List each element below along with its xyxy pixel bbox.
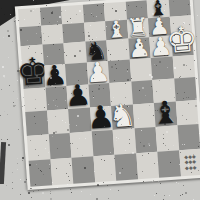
square-b4[interactable] [45,86,68,110]
noise-speckle [15,105,16,106]
square-h8[interactable] [168,0,191,16]
noise-speckle [8,57,9,58]
square-d1[interactable] [93,155,116,183]
square-g3[interactable]: ♝ [154,101,177,127]
square-h3[interactable] [175,100,198,126]
noise-speckle [4,111,5,112]
square-c1[interactable] [71,156,94,184]
chess-board: ♝♝♜♟♞♟♟♚♚♟♟♟♟♞♝◆◆◆ ◆◆◆ ◆◆◆ [15,0,200,190]
noise-speckle [12,172,13,173]
noise-speckle [7,30,9,32]
noise-speckle [1,139,2,140]
noise-speckle [12,188,13,189]
noise-speckle [20,194,21,195]
square-f6[interactable]: ♟ [128,37,151,59]
noise-speckle [178,183,179,184]
square-c5[interactable] [65,62,88,85]
square-g2[interactable] [156,125,179,152]
square-g6[interactable]: ♟ [149,35,172,57]
square-c7[interactable] [62,22,85,42]
noise-speckle [158,181,159,182]
square-h7[interactable] [169,15,192,35]
square-e6[interactable] [106,38,129,60]
noise-speckle [7,139,8,140]
noise-speckle [163,199,164,200]
noise-speckle [18,129,19,130]
noise-speckle [71,192,72,193]
square-b3[interactable] [47,109,70,135]
noise-speckle [81,191,82,192]
noise-speckle [33,191,34,192]
noise-speckle [169,195,170,196]
noise-speckle [12,182,13,183]
square-h1[interactable]: ◆◆◆ ◆◆◆ ◆◆◆ [179,149,200,177]
noise-speckle [2,66,4,68]
square-a6[interactable] [21,44,44,66]
noise-speckle [7,114,8,115]
board-corner-logo: ◆◆◆ ◆◆◆ ◆◆◆ [184,154,197,171]
noise-speckle [110,189,111,190]
square-e8[interactable] [104,2,127,21]
noise-speckle [17,98,18,99]
noise-speckle [28,192,30,194]
square-a4[interactable] [24,87,47,111]
square-d6[interactable]: ♞ [85,40,108,62]
noise-speckle [50,193,51,194]
noise-speckle [4,77,5,78]
square-e4[interactable] [109,81,132,105]
noise-speckle [8,35,10,37]
noise-speckle [90,194,91,195]
square-d2[interactable] [91,130,114,157]
noise-speckle [180,195,181,196]
square-f8[interactable] [125,0,148,19]
noise-speckle [108,198,109,199]
square-f2[interactable] [134,127,157,154]
noise-speckle [196,36,197,37]
square-a1[interactable] [29,159,52,187]
square-d3[interactable]: ♟ [90,106,113,132]
square-b2[interactable] [48,133,71,160]
square-c2[interactable] [70,131,93,158]
noise-speckle [154,195,155,196]
noise-speckle [3,75,5,77]
noise-speckle [9,85,10,86]
square-a2[interactable] [27,134,50,161]
noise-speckle [13,91,14,92]
noise-speckle [20,179,21,180]
square-f5[interactable] [129,58,152,81]
square-a5[interactable]: ♚ [22,65,45,88]
noise-speckle [118,190,119,191]
noise-speckle [107,185,108,186]
noise-speckle [42,192,44,194]
noise-speckle [176,182,177,183]
square-h4[interactable] [174,77,197,101]
square-g1[interactable] [157,150,180,178]
square-a3[interactable] [25,110,48,136]
square-h5[interactable] [172,55,195,78]
square-h6[interactable]: ♚ [171,34,194,56]
square-a7[interactable] [19,25,42,45]
square-e3[interactable]: ♞ [111,104,134,130]
noise-speckle [0,115,1,116]
noise-speckle [183,185,184,186]
square-a8[interactable] [18,8,41,27]
square-b6[interactable] [42,43,65,65]
noise-speckle [193,199,194,200]
noise-speckle [182,194,183,195]
noise-speckle [24,181,26,183]
square-c8[interactable] [61,5,84,24]
noise-speckle [164,195,165,196]
square-f7[interactable]: ♜ [126,18,149,38]
square-e1[interactable] [114,153,137,181]
square-f4[interactable] [131,80,154,104]
noise-speckle [50,198,52,200]
square-h2[interactable] [177,124,200,151]
board-grid: ♝♝♜♟♞♟♟♚♚♟♟♟♟♞♝◆◆◆ ◆◆◆ ◆◆◆ [18,0,200,187]
square-d7[interactable] [84,21,107,41]
square-b5[interactable]: ♟ [43,64,66,87]
square-e5[interactable] [108,59,131,82]
noise-speckle [96,198,98,200]
square-e7[interactable]: ♝ [105,19,128,39]
noise-speckle [13,102,14,103]
noise-speckle [160,183,161,184]
noise-speckle [13,105,15,107]
noise-speckle [50,191,51,192]
square-c6[interactable] [63,41,86,63]
noise-speckle [6,185,7,186]
square-f1[interactable] [136,152,159,180]
dark-backdrop-sliver [0,142,6,184]
noise-speckle [38,190,39,191]
noise-speckle [8,144,10,146]
noise-speckle [4,111,5,112]
square-g5[interactable] [151,56,174,79]
noise-speckle [197,15,198,16]
noise-speckle [12,41,13,42]
noise-speckle [1,89,2,90]
noise-speckle [17,80,18,81]
noise-speckle [3,37,4,38]
square-d8[interactable] [82,3,105,22]
square-g8[interactable]: ♝ [147,0,170,18]
square-d5[interactable]: ♟ [86,61,109,84]
square-b1[interactable] [50,158,73,186]
square-e2[interactable] [113,128,136,155]
board-photo: ♝♝♜♟♞♟♟♚♚♟♟♟♟♞♝◆◆◆ ◆◆◆ ◆◆◆ [0,0,200,200]
square-c4[interactable]: ♟ [66,84,89,108]
square-f3[interactable] [132,103,155,129]
noise-speckle [31,197,32,198]
noise-speckle [17,158,18,159]
noise-speckle [17,163,18,164]
noise-speckle [70,189,71,190]
square-b7[interactable] [41,24,64,44]
noise-speckle [17,169,18,170]
square-b8[interactable] [39,6,62,25]
square-g7[interactable]: ♟ [148,16,171,36]
square-d4[interactable] [88,83,111,107]
noise-speckle [185,192,187,194]
noise-speckle [22,157,24,159]
square-g4[interactable] [152,78,175,102]
square-c3[interactable] [68,107,91,133]
noise-speckle [22,160,23,161]
noise-speckle [156,193,157,194]
